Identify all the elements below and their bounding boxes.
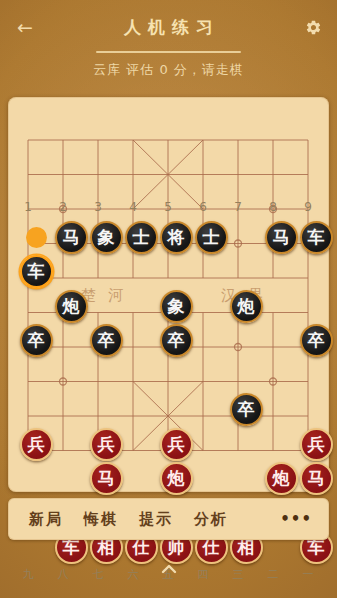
file-label-top-2: 2	[46, 200, 81, 214]
piece-black-p[interactable]: 卒	[300, 324, 333, 357]
board-point-1-7[interactable]	[264, 254, 299, 289]
board-point-2-3[interactable]	[124, 289, 159, 324]
piece-black-b[interactable]: 象	[160, 290, 193, 323]
piece-black-k[interactable]: 将	[160, 221, 193, 254]
board-point-4-6[interactable]	[229, 358, 264, 393]
board-point-0-5[interactable]: 士	[194, 220, 229, 255]
piece-black-p[interactable]: 卒	[230, 393, 263, 426]
piece-red-c[interactable]: 炮	[265, 462, 298, 495]
board-point-5-5[interactable]	[194, 392, 229, 427]
file-label-top-1: 1	[11, 200, 46, 214]
gear-icon	[305, 19, 322, 36]
board-point-4-2[interactable]	[89, 358, 124, 393]
board-point-5-4[interactable]	[159, 392, 194, 427]
bottom-toolbar: 新局悔棋提示分析 •••	[8, 498, 329, 540]
piece-red-n[interactable]: 马	[300, 462, 333, 495]
collapse-panel-button[interactable]	[0, 558, 337, 580]
board-point-6-8[interactable]: 兵	[299, 427, 334, 462]
board-point-2-2[interactable]	[89, 289, 124, 324]
board-point-3-3[interactable]	[124, 323, 159, 358]
piece-black-n[interactable]: 马	[265, 221, 298, 254]
board-point-0-4[interactable]: 将	[159, 220, 194, 255]
board-point-4-5[interactable]	[194, 358, 229, 393]
board-point-4-8[interactable]	[299, 358, 334, 393]
board-point-7-6[interactable]	[229, 461, 264, 496]
board-point-2-6[interactable]: 炮	[229, 289, 264, 324]
board-point-1-3[interactable]	[124, 254, 159, 289]
board-point-6-5[interactable]	[194, 427, 229, 462]
board-point-5-0[interactable]	[19, 392, 54, 427]
new-game-button[interactable]: 新局	[29, 510, 63, 529]
board-point-4-0[interactable]	[19, 358, 54, 393]
board-point-6-3[interactable]	[124, 427, 159, 462]
piece-red-p[interactable]: 兵	[300, 428, 333, 461]
board-point-7-3[interactable]	[124, 461, 159, 496]
piece-black-p[interactable]: 卒	[20, 324, 53, 357]
board-point-5-2[interactable]	[89, 392, 124, 427]
board-point-5-3[interactable]	[124, 392, 159, 427]
board-point-4-4[interactable]	[159, 358, 194, 393]
board-point-2-5[interactable]	[194, 289, 229, 324]
piece-black-c[interactable]: 炮	[55, 290, 88, 323]
piece-black-p[interactable]: 卒	[90, 324, 123, 357]
board-point-0-2[interactable]: 象	[89, 220, 124, 255]
piece-black-c[interactable]: 炮	[230, 290, 263, 323]
board-point-3-0[interactable]: 卒	[19, 323, 54, 358]
board-point-3-6[interactable]	[229, 323, 264, 358]
hint-button[interactable]: 提示	[139, 510, 173, 529]
file-label-top-9: 9	[291, 200, 326, 214]
piece-red-p[interactable]: 兵	[160, 428, 193, 461]
last-move-origin-marker	[26, 227, 47, 248]
piece-black-a[interactable]: 士	[195, 221, 228, 254]
board-point-7-5[interactable]	[194, 461, 229, 496]
board-point-6-7[interactable]	[264, 427, 299, 462]
board-point-2-0[interactable]	[19, 289, 54, 324]
board-point-6-0[interactable]: 兵	[19, 427, 54, 462]
board-point-0-7[interactable]: 马	[264, 220, 299, 255]
board-point-5-6[interactable]: 卒	[229, 392, 264, 427]
board-point-1-4[interactable]	[159, 254, 194, 289]
board-point-3-2[interactable]: 卒	[89, 323, 124, 358]
page-title: 人机练习	[0, 16, 337, 39]
board-point-1-5[interactable]	[194, 254, 229, 289]
piece-black-p[interactable]: 卒	[160, 324, 193, 357]
undo-move-button[interactable]: 悔棋	[84, 510, 118, 529]
board-point-3-4[interactable]: 卒	[159, 323, 194, 358]
board-point-6-4[interactable]: 兵	[159, 427, 194, 462]
board-point-5-7[interactable]	[264, 392, 299, 427]
board-point-0-8[interactable]: 车	[299, 220, 334, 255]
piece-black-r[interactable]: 车	[20, 255, 53, 288]
board-point-5-1[interactable]	[54, 392, 89, 427]
piece-red-c[interactable]: 炮	[160, 462, 193, 495]
settings-button[interactable]	[301, 15, 325, 39]
file-label-top-4: 4	[116, 200, 151, 214]
top-bar: ← 人机练习	[0, 0, 337, 52]
piece-black-b[interactable]: 象	[90, 221, 123, 254]
board-point-3-1[interactable]	[54, 323, 89, 358]
board-point-6-1[interactable]	[54, 427, 89, 462]
board-point-4-1[interactable]	[54, 358, 89, 393]
app-screen: ← 人机练习 云库 评估 0 分，请走棋 123456789 九八七六五四三二一…	[0, 0, 337, 598]
piece-red-p[interactable]: 兵	[20, 428, 53, 461]
board-point-4-7[interactable]	[264, 358, 299, 393]
board-point-4-3[interactable]	[124, 358, 159, 393]
xiangqi-board: 123456789 九八七六五四三二一 楚河 汉界 马象士将士马车车炮象炮卒卒卒…	[8, 97, 329, 492]
board-point-0-6[interactable]	[229, 220, 264, 255]
board-point-7-2[interactable]: 马	[89, 461, 124, 496]
board-point-2-8[interactable]	[299, 289, 334, 324]
board-point-0-1[interactable]: 马	[54, 220, 89, 255]
board-point-1-8[interactable]	[299, 254, 334, 289]
piece-black-r[interactable]: 车	[300, 221, 333, 254]
file-label-top-7: 7	[221, 200, 256, 214]
board-point-7-4[interactable]: 炮	[159, 461, 194, 496]
board-point-2-1[interactable]: 炮	[54, 289, 89, 324]
board-point-3-8[interactable]: 卒	[299, 323, 334, 358]
piece-black-a[interactable]: 士	[125, 221, 158, 254]
file-label-top-5: 5	[151, 200, 186, 214]
board-point-3-7[interactable]	[264, 323, 299, 358]
board-point-7-1[interactable]	[54, 461, 89, 496]
board-point-1-2[interactable]	[89, 254, 124, 289]
board-point-1-6[interactable]	[229, 254, 264, 289]
more-options-button[interactable]: •••	[280, 510, 312, 528]
header-divider	[96, 51, 241, 53]
board-point-2-7[interactable]	[264, 289, 299, 324]
piece-red-p[interactable]: 兵	[90, 428, 123, 461]
board-point-5-8[interactable]	[299, 392, 334, 427]
file-label-top-8: 8	[256, 200, 291, 214]
piece-red-n[interactable]: 马	[90, 462, 123, 495]
engine-status-text: 云库 评估 0 分，请走棋	[0, 61, 337, 79]
board-point-1-1[interactable]	[54, 254, 89, 289]
board-point-7-7[interactable]: 炮	[264, 461, 299, 496]
chevron-up-icon	[161, 564, 177, 574]
analysis-button[interactable]: 分析	[194, 510, 228, 529]
board-point-3-5[interactable]	[194, 323, 229, 358]
file-label-top-6: 6	[186, 200, 221, 214]
board-point-7-8[interactable]: 马	[299, 461, 334, 496]
file-labels-black: 123456789	[11, 200, 326, 214]
piece-black-n[interactable]: 马	[55, 221, 88, 254]
board-point-0-3[interactable]: 士	[124, 220, 159, 255]
file-label-top-3: 3	[81, 200, 116, 214]
board-point-6-6[interactable]	[229, 427, 264, 462]
board-point-7-0[interactable]	[19, 461, 54, 496]
board-point-0-0[interactable]	[19, 220, 54, 255]
board-point-2-4[interactable]: 象	[159, 289, 194, 324]
board-point-1-0[interactable]: 车	[19, 254, 54, 289]
board-point-6-2[interactable]: 兵	[89, 427, 124, 462]
